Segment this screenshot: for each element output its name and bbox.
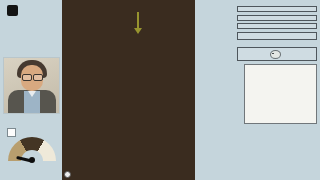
move-list-box (244, 64, 317, 124)
side-to-move-indicator (64, 171, 71, 178)
fish-icon (270, 50, 281, 57)
gauge-pivot-icon (29, 157, 35, 163)
rank-labels (62, 9, 70, 170)
trap-number-box (237, 6, 317, 12)
trap-for-white-row (7, 128, 19, 137)
glasses-icon (22, 74, 32, 81)
opening-box (237, 15, 317, 21)
glasses-icon (33, 74, 43, 81)
trap-x-icon (7, 5, 18, 16)
promo-box (237, 47, 317, 61)
last-move-arrow (137, 12, 139, 28)
last-move-arrowhead-icon (134, 28, 142, 34)
thumbnail-root (0, 0, 320, 180)
info-panel (237, 6, 317, 124)
trap-name-box (237, 32, 317, 40)
difficulty-gauge (8, 137, 56, 161)
board-grid (70, 9, 190, 170)
site-logo (7, 5, 19, 16)
eco-code-box (237, 23, 317, 29)
presenter-photo (3, 57, 60, 114)
file-labels-bottom (70, 170, 190, 180)
file-labels-top (70, 0, 190, 9)
trap-for-white-checkbox[interactable] (7, 128, 16, 137)
chess-board (62, 0, 195, 180)
